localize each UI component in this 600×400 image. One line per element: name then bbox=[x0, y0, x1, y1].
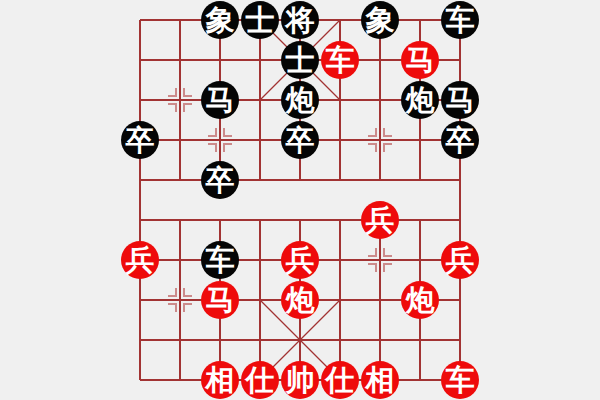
piece-red-advisor[interactable]: 仕 bbox=[241, 361, 279, 399]
piece-black-pawn[interactable]: 卒 bbox=[201, 161, 239, 199]
piece-black-pawn[interactable]: 卒 bbox=[441, 121, 479, 159]
piece-black-horse[interactable]: 马 bbox=[441, 81, 479, 119]
piece-red-cannon[interactable]: 炮 bbox=[281, 281, 319, 319]
piece-red-advisor[interactable]: 仕 bbox=[321, 361, 359, 399]
piece-black-advisor[interactable]: 士 bbox=[281, 41, 319, 79]
piece-black-elephant[interactable]: 象 bbox=[361, 1, 399, 39]
piece-red-horse[interactable]: 马 bbox=[401, 41, 439, 79]
xiangqi-game-screenshot: 象士将象车士车马马炮炮马卒卒卒卒兵兵车兵兵马炮炮相仕帅仕相车 bbox=[0, 0, 600, 400]
piece-black-horse[interactable]: 马 bbox=[201, 81, 239, 119]
piece-red-pawn[interactable]: 兵 bbox=[281, 241, 319, 279]
piece-black-chariot[interactable]: 车 bbox=[441, 1, 479, 39]
piece-black-elephant[interactable]: 象 bbox=[201, 1, 239, 39]
piece-red-chariot[interactable]: 车 bbox=[321, 41, 359, 79]
piece-black-pawn[interactable]: 卒 bbox=[281, 121, 319, 159]
xiangqi-board[interactable]: 象士将象车士车马马炮炮马卒卒卒卒兵兵车兵兵马炮炮相仕帅仕相车 bbox=[120, 0, 480, 400]
piece-black-advisor[interactable]: 士 bbox=[241, 1, 279, 39]
piece-red-elephant[interactable]: 相 bbox=[361, 361, 399, 399]
piece-red-pawn[interactable]: 兵 bbox=[361, 201, 399, 239]
piece-black-cannon[interactable]: 炮 bbox=[281, 81, 319, 119]
piece-black-pawn[interactable]: 卒 bbox=[121, 121, 159, 159]
piece-red-king[interactable]: 帅 bbox=[281, 361, 319, 399]
piece-black-cannon[interactable]: 炮 bbox=[401, 81, 439, 119]
piece-red-elephant[interactable]: 相 bbox=[201, 361, 239, 399]
piece-red-pawn[interactable]: 兵 bbox=[121, 241, 159, 279]
piece-black-king[interactable]: 将 bbox=[281, 1, 319, 39]
piece-red-chariot[interactable]: 车 bbox=[441, 361, 479, 399]
piece-red-pawn[interactable]: 兵 bbox=[441, 241, 479, 279]
piece-red-horse[interactable]: 马 bbox=[201, 281, 239, 319]
piece-red-cannon[interactable]: 炮 bbox=[401, 281, 439, 319]
piece-black-chariot[interactable]: 车 bbox=[201, 241, 239, 279]
